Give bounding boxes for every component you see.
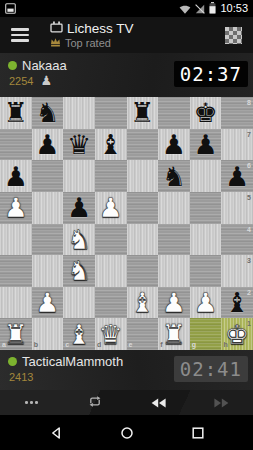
bottom-player-name[interactable]: TacticalMammoth bbox=[22, 354, 123, 369]
square-f8[interactable] bbox=[158, 97, 190, 129]
square-e4[interactable] bbox=[127, 224, 159, 256]
square-g4[interactable] bbox=[190, 224, 222, 256]
square-h2[interactable]: ♝2 bbox=[221, 287, 253, 319]
black-king-piece[interactable]: ♚ bbox=[190, 97, 222, 129]
white-pawn-piece[interactable]: ♟ bbox=[158, 287, 190, 319]
square-a5[interactable]: ♟ bbox=[0, 192, 32, 224]
square-b7[interactable]: ♟ bbox=[32, 129, 64, 161]
fast-forward-icon bbox=[214, 394, 229, 412]
square-a8[interactable]: ♜ bbox=[0, 97, 32, 129]
square-d7[interactable]: ♝ bbox=[95, 129, 127, 161]
square-c4[interactable]: ♞ bbox=[63, 224, 95, 256]
white-pawn-piece[interactable]: ♟ bbox=[190, 287, 222, 319]
square-d5[interactable]: ♟ bbox=[95, 192, 127, 224]
file-label: a bbox=[2, 341, 6, 348]
wifi-icon bbox=[179, 0, 191, 18]
rank-label: 5 bbox=[247, 194, 251, 201]
square-a2[interactable] bbox=[0, 287, 32, 319]
square-c7[interactable]: ♛ bbox=[63, 129, 95, 161]
battery-icon bbox=[209, 0, 216, 18]
square-a7[interactable] bbox=[0, 129, 32, 161]
top-player-clock: 02:37 bbox=[174, 61, 248, 87]
black-knight-piece[interactable]: ♞ bbox=[32, 97, 64, 129]
black-pawn-piece[interactable]: ♟ bbox=[63, 192, 95, 224]
square-d4[interactable] bbox=[95, 224, 127, 256]
more-icon bbox=[25, 401, 38, 404]
square-a6[interactable]: ♟ bbox=[0, 160, 32, 192]
square-d6[interactable] bbox=[95, 160, 127, 192]
online-indicator bbox=[8, 61, 17, 70]
square-c1[interactable]: ♝c bbox=[63, 318, 95, 350]
forward-button[interactable] bbox=[190, 390, 253, 415]
square-b4[interactable] bbox=[32, 224, 64, 256]
square-e2[interactable]: ♝ bbox=[127, 287, 159, 319]
rank-label: 4 bbox=[247, 226, 251, 233]
square-a1[interactable]: ♜a bbox=[0, 318, 32, 350]
square-g6[interactable] bbox=[190, 160, 222, 192]
square-b1[interactable]: b bbox=[32, 318, 64, 350]
black-bishop-piece[interactable]: ♝ bbox=[95, 129, 127, 161]
square-e8[interactable]: ♜ bbox=[127, 97, 159, 129]
black-queen-piece[interactable]: ♛ bbox=[63, 129, 95, 161]
square-h1[interactable]: ♚1h bbox=[221, 318, 253, 350]
white-pawn-piece[interactable]: ♟ bbox=[95, 192, 127, 224]
status-bar: 10:53 bbox=[0, 0, 253, 17]
bottom-player-clock: 02:41 bbox=[174, 356, 248, 382]
square-h3[interactable]: 3 bbox=[221, 255, 253, 287]
square-d3[interactable] bbox=[95, 255, 127, 287]
square-g1[interactable]: g bbox=[190, 318, 222, 350]
white-pawn-piece[interactable]: ♟ bbox=[32, 287, 64, 319]
rank-label: 6 bbox=[247, 162, 251, 169]
square-f4[interactable] bbox=[158, 224, 190, 256]
back-icon bbox=[49, 426, 63, 440]
square-e6[interactable] bbox=[127, 160, 159, 192]
app-title: Lichess TV bbox=[67, 21, 134, 36]
rank-label: 3 bbox=[247, 257, 251, 264]
black-pawn-piece[interactable]: ♟ bbox=[0, 160, 32, 192]
android-back-button[interactable] bbox=[49, 426, 63, 440]
square-b3[interactable] bbox=[32, 255, 64, 287]
square-f7[interactable]: ♟ bbox=[158, 129, 190, 161]
square-d8[interactable] bbox=[95, 97, 127, 129]
black-pawn-piece[interactable]: ♟ bbox=[190, 129, 222, 161]
square-b5[interactable] bbox=[32, 192, 64, 224]
screenshot-notification-icon bbox=[5, 0, 16, 18]
square-e3[interactable] bbox=[127, 255, 159, 287]
square-e1[interactable]: e bbox=[127, 318, 159, 350]
chess-board[interactable]: ♜♞♜♚8♟♛♝♟♟7♟♞♟6♟♟♟5♞4♞3♟♝♟♟♝2♜ab♝c♛de♜fg… bbox=[0, 97, 253, 350]
flip-board-icon bbox=[88, 394, 102, 412]
file-label: f bbox=[160, 341, 162, 348]
square-a3[interactable] bbox=[0, 255, 32, 287]
square-f3[interactable] bbox=[158, 255, 190, 287]
square-f6[interactable]: ♞ bbox=[158, 160, 190, 192]
square-b8[interactable]: ♞ bbox=[32, 97, 64, 129]
square-c3[interactable]: ♞ bbox=[63, 255, 95, 287]
top-player-name[interactable]: Nakaaa bbox=[22, 58, 67, 73]
square-c8[interactable] bbox=[63, 97, 95, 129]
bottom-player-rating: 2413 bbox=[9, 371, 33, 383]
board-thumbnail-icon[interactable] bbox=[225, 27, 242, 44]
controls-bar bbox=[0, 390, 253, 415]
black-rook-piece[interactable]: ♜ bbox=[127, 97, 159, 129]
square-d2[interactable] bbox=[95, 287, 127, 319]
square-g3[interactable] bbox=[190, 255, 222, 287]
no-signal-icon bbox=[195, 0, 205, 18]
captured-pawn-icon: ♟ bbox=[40, 76, 52, 86]
top-player-rating: 2254 bbox=[9, 75, 33, 87]
square-g2[interactable]: ♟ bbox=[190, 287, 222, 319]
white-rook-piece[interactable]: ♜ bbox=[158, 318, 190, 350]
top-player-bar: Nakaaa 2254 ♟ 02:37 bbox=[0, 53, 253, 97]
square-g7[interactable]: ♟ bbox=[190, 129, 222, 161]
white-knight-piece[interactable]: ♞ bbox=[63, 224, 95, 256]
file-label: b bbox=[34, 341, 38, 348]
file-label: g bbox=[192, 341, 196, 348]
more-options-button[interactable] bbox=[0, 390, 63, 415]
rank-label: 1 bbox=[247, 320, 251, 327]
black-knight-piece[interactable]: ♞ bbox=[158, 160, 190, 192]
tv-icon bbox=[50, 21, 63, 36]
status-time: 10:53 bbox=[220, 0, 248, 17]
android-home-button[interactable] bbox=[120, 426, 134, 440]
white-bishop-piece[interactable]: ♝ bbox=[127, 287, 159, 319]
square-f1[interactable]: ♜f bbox=[158, 318, 190, 350]
square-g5[interactable] bbox=[190, 192, 222, 224]
screen: 10:53 Lichess TV bbox=[0, 0, 253, 450]
rank-label: 7 bbox=[247, 131, 251, 138]
square-f2[interactable]: ♟ bbox=[158, 287, 190, 319]
black-pawn-piece[interactable]: ♟ bbox=[158, 129, 190, 161]
square-f5[interactable] bbox=[158, 192, 190, 224]
square-h6[interactable]: ♟6 bbox=[221, 160, 253, 192]
square-h4[interactable]: 4 bbox=[221, 224, 253, 256]
square-c6[interactable] bbox=[63, 160, 95, 192]
rank-label: 8 bbox=[247, 99, 251, 106]
flip-board-button[interactable] bbox=[63, 390, 126, 415]
square-a4[interactable] bbox=[0, 224, 32, 256]
white-pawn-piece[interactable]: ♟ bbox=[0, 192, 32, 224]
file-label: e bbox=[129, 341, 133, 348]
android-recents-button[interactable] bbox=[191, 426, 205, 440]
android-nav-bar bbox=[0, 415, 253, 450]
file-label: d bbox=[97, 341, 101, 348]
rank-label: 2 bbox=[247, 289, 251, 296]
recents-icon bbox=[191, 426, 205, 440]
rewind-button[interactable] bbox=[127, 390, 190, 415]
app-toolbar: Lichess TV Top rated bbox=[0, 17, 253, 53]
file-label: h bbox=[223, 341, 227, 348]
square-c2[interactable] bbox=[63, 287, 95, 319]
crown-icon bbox=[50, 37, 61, 49]
file-label: c bbox=[65, 341, 69, 348]
white-knight-piece[interactable]: ♞ bbox=[63, 255, 95, 287]
header-titles: Lichess TV Top rated bbox=[50, 21, 134, 49]
black-pawn-piece[interactable]: ♟ bbox=[32, 129, 64, 161]
square-b2[interactable]: ♟ bbox=[32, 287, 64, 319]
square-h8[interactable]: 8 bbox=[221, 97, 253, 129]
square-h7[interactable]: 7 bbox=[221, 129, 253, 161]
hamburger-menu-icon[interactable] bbox=[11, 28, 29, 41]
rewind-icon bbox=[151, 394, 166, 412]
black-rook-piece[interactable]: ♜ bbox=[0, 97, 32, 129]
bottom-player-bar: TacticalMammoth 2413 02:41 bbox=[0, 350, 253, 390]
square-h5[interactable]: 5 bbox=[221, 192, 253, 224]
square-c5[interactable]: ♟ bbox=[63, 192, 95, 224]
channel-label: Top rated bbox=[65, 37, 111, 49]
square-b6[interactable] bbox=[32, 160, 64, 192]
home-icon bbox=[120, 426, 134, 440]
online-indicator bbox=[8, 357, 17, 366]
square-g8[interactable]: ♚ bbox=[190, 97, 222, 129]
square-e7[interactable] bbox=[127, 129, 159, 161]
square-e5[interactable] bbox=[127, 192, 159, 224]
square-d1[interactable]: ♛d bbox=[95, 318, 127, 350]
